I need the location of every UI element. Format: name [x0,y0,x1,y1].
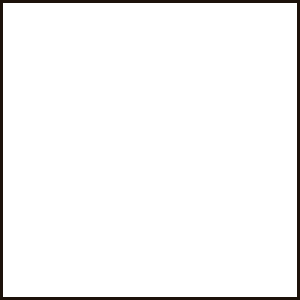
chess-board [0,0,300,300]
